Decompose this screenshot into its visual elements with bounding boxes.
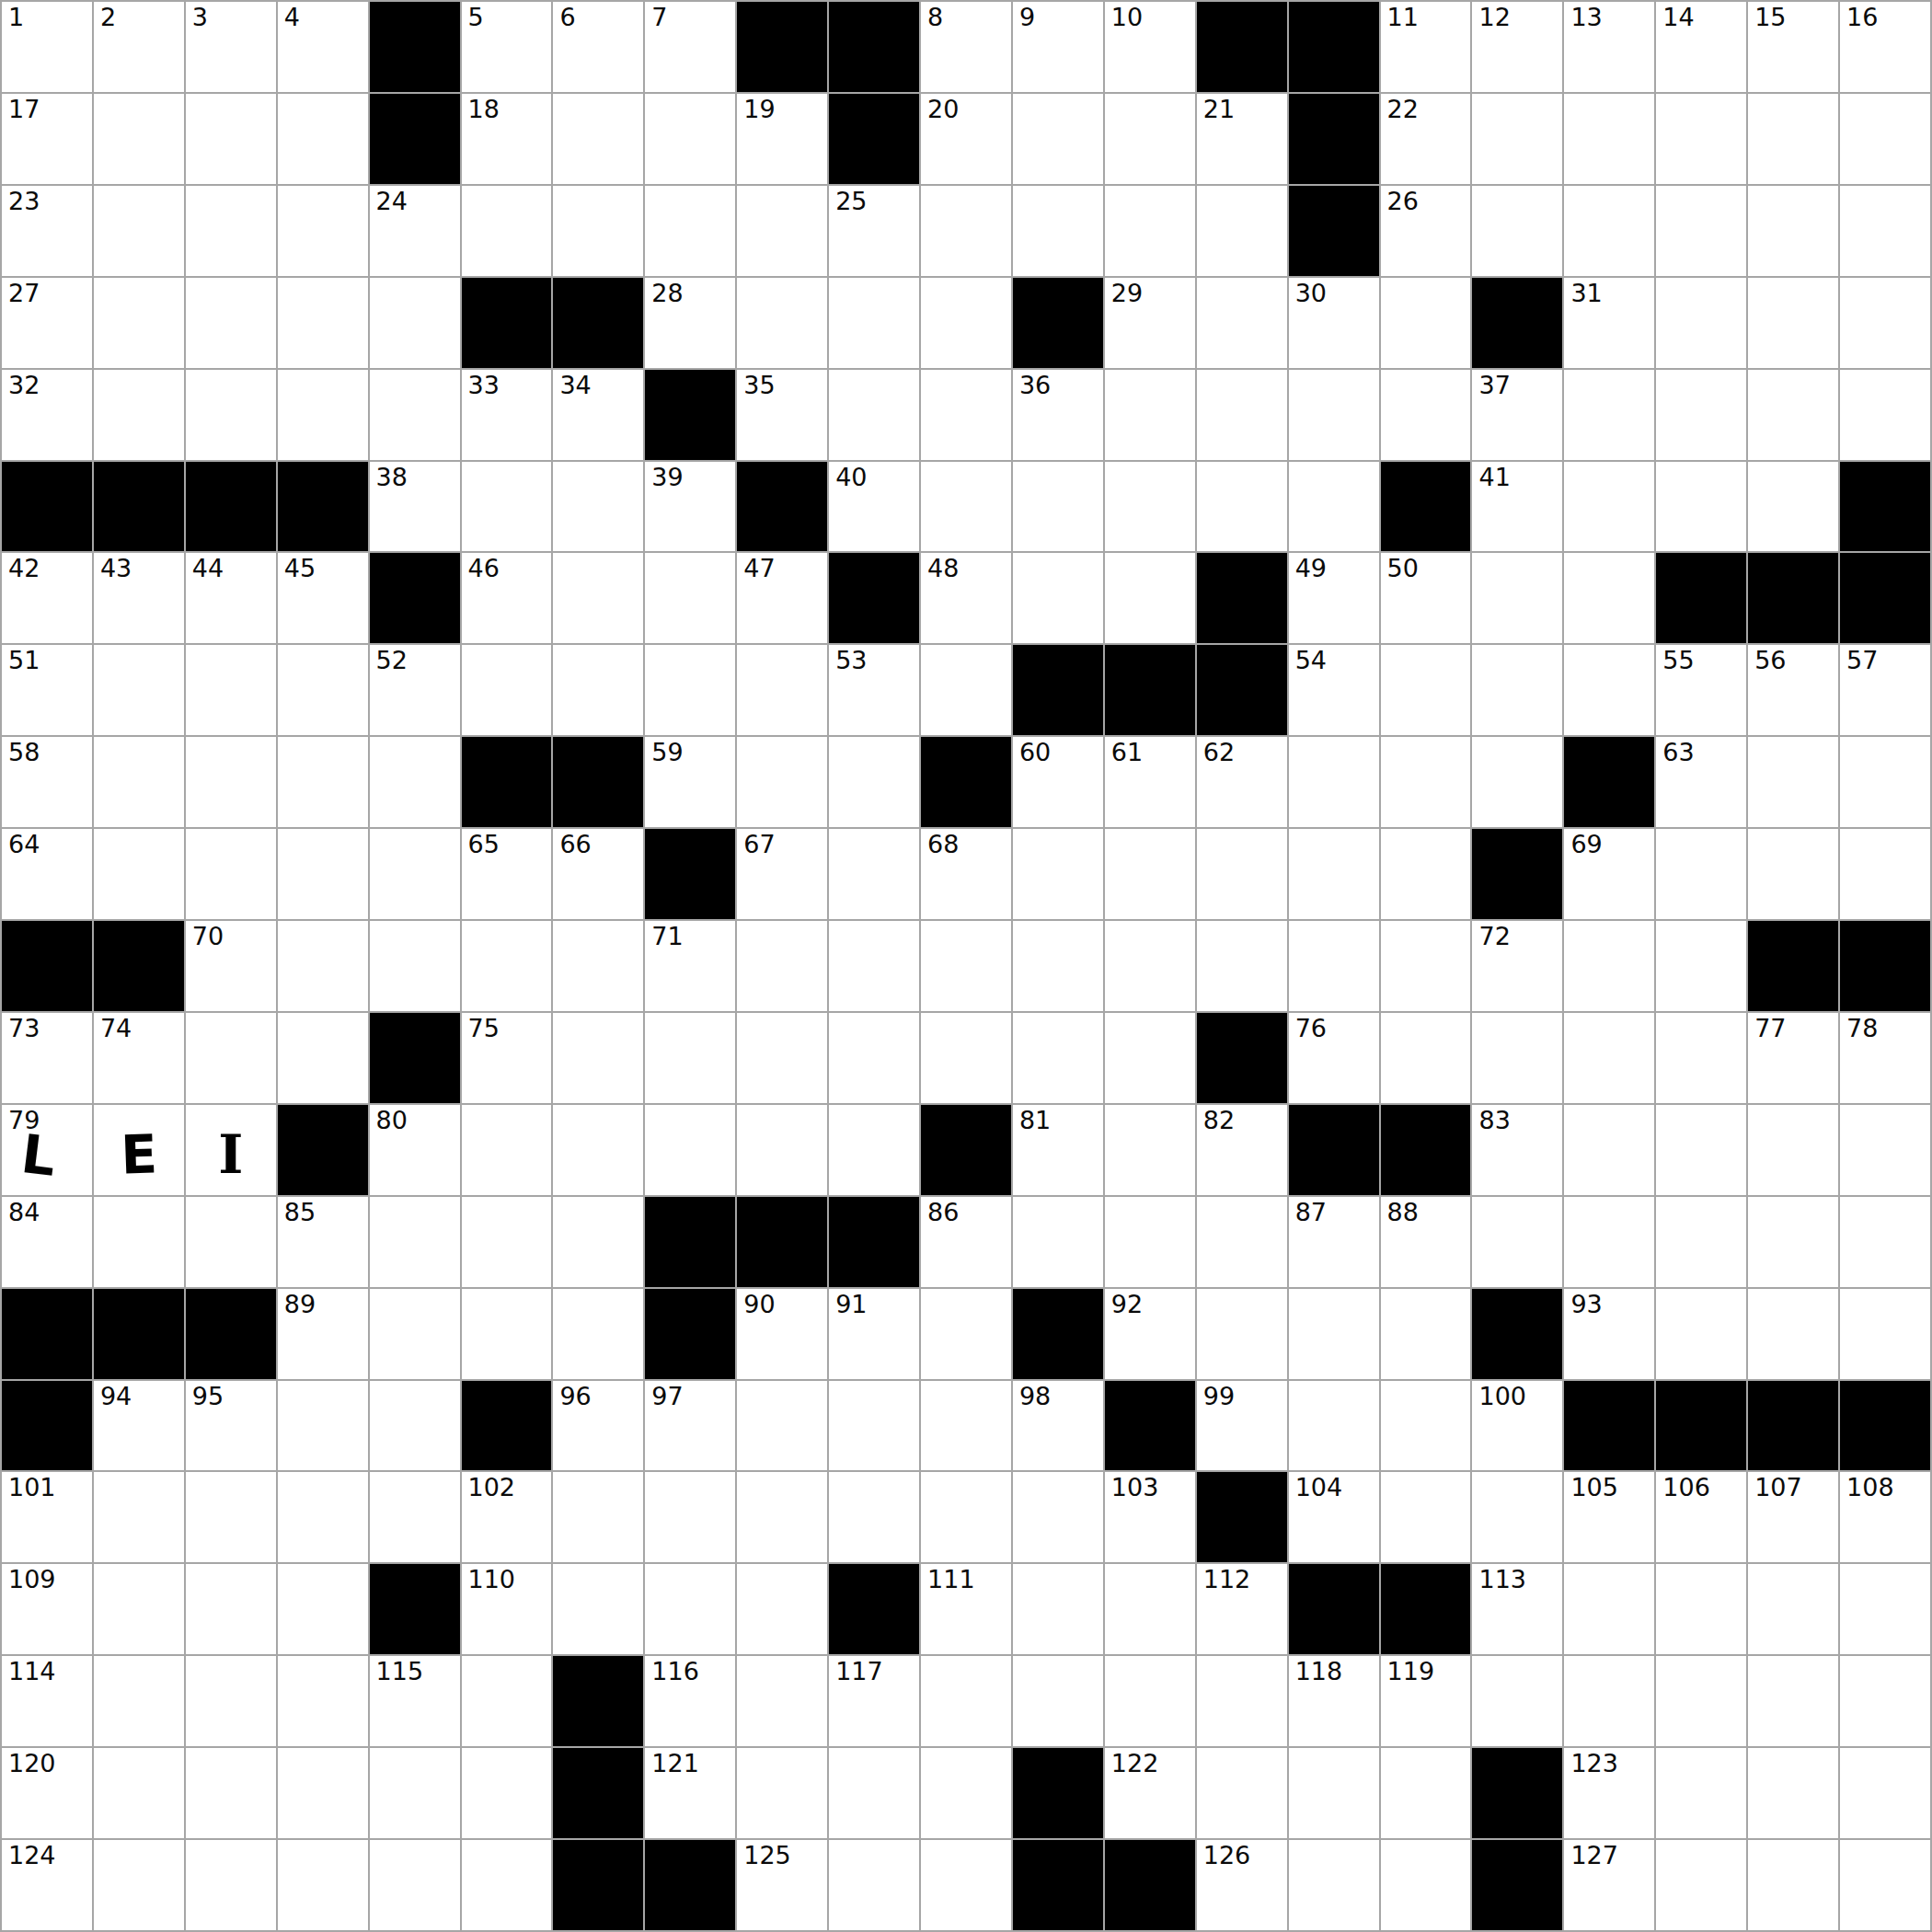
grid-cell[interactable] [94, 370, 184, 460]
grid-cell[interactable] [1105, 1105, 1195, 1195]
grid-cell[interactable]: 99 [1197, 1381, 1287, 1471]
grid-cell[interactable]: 27 [2, 278, 92, 368]
grid-cell[interactable]: 98 [1013, 1381, 1103, 1471]
grid-cell[interactable]: 12 [1472, 2, 1562, 92]
grid-cell[interactable] [278, 921, 368, 1011]
grid-cell[interactable] [1197, 1197, 1287, 1287]
grid-cell[interactable] [737, 1748, 827, 1838]
grid-cell[interactable] [1656, 1197, 1746, 1287]
grid-cell[interactable]: 40 [829, 462, 919, 552]
grid-cell[interactable]: 56 [1748, 645, 1838, 735]
grid-cell[interactable]: 114 [2, 1656, 92, 1746]
grid-cell[interactable] [1656, 1013, 1746, 1103]
grid-cell[interactable] [94, 645, 184, 735]
grid-cell[interactable] [737, 278, 827, 368]
grid-cell[interactable] [186, 1564, 276, 1654]
grid-cell[interactable] [1840, 1105, 1930, 1195]
grid-cell[interactable] [1748, 1840, 1838, 1930]
grid-cell[interactable]: 64 [2, 829, 92, 919]
grid-cell[interactable] [186, 370, 276, 460]
grid-cell[interactable] [1381, 1381, 1471, 1471]
grid-cell[interactable]: 97 [645, 1381, 735, 1471]
grid-cell[interactable]: 66 [553, 829, 643, 919]
grid-cell[interactable] [1840, 186, 1930, 276]
grid-cell[interactable] [1840, 1564, 1930, 1654]
grid-cell[interactable] [462, 462, 552, 552]
grid-cell[interactable] [94, 186, 184, 276]
grid-cell[interactable]: 41 [1472, 462, 1562, 552]
grid-cell[interactable] [278, 278, 368, 368]
grid-cell[interactable] [462, 645, 552, 735]
grid-cell[interactable]: 3 [186, 2, 276, 92]
grid-cell[interactable]: 82 [1197, 1105, 1287, 1195]
grid-cell[interactable]: 111 [921, 1564, 1011, 1654]
grid-cell[interactable]: 34 [553, 370, 643, 460]
grid-cell[interactable] [462, 921, 552, 1011]
grid-cell[interactable] [829, 829, 919, 919]
grid-cell[interactable] [1656, 1656, 1746, 1746]
grid-cell[interactable] [1197, 370, 1287, 460]
grid-cell[interactable]: 90 [737, 1289, 827, 1379]
grid-cell[interactable] [645, 645, 735, 735]
grid-cell[interactable] [737, 1472, 827, 1562]
grid-cell[interactable] [1656, 1564, 1746, 1654]
grid-cell[interactable] [1381, 829, 1471, 919]
grid-cell[interactable] [462, 1105, 552, 1195]
grid-cell[interactable]: 86 [921, 1197, 1011, 1287]
grid-cell[interactable] [1840, 1656, 1930, 1746]
grid-cell[interactable] [1289, 737, 1379, 827]
grid-cell[interactable] [278, 1564, 368, 1654]
grid-cell[interactable] [1564, 94, 1654, 184]
grid-cell[interactable] [1105, 1656, 1195, 1746]
grid-cell[interactable]: 106 [1656, 1472, 1746, 1562]
grid-cell[interactable]: 10 [1105, 2, 1195, 92]
grid-cell[interactable] [553, 94, 643, 184]
grid-cell[interactable] [1472, 94, 1562, 184]
grid-cell[interactable] [1564, 1197, 1654, 1287]
grid-cell[interactable]: 5 [462, 2, 552, 92]
grid-cell[interactable]: 81 [1013, 1105, 1103, 1195]
grid-cell[interactable] [278, 1472, 368, 1562]
grid-cell[interactable]: 17 [2, 94, 92, 184]
grid-cell[interactable] [1748, 186, 1838, 276]
grid-cell[interactable]: 115 [370, 1656, 460, 1746]
grid-cell[interactable] [186, 1656, 276, 1746]
grid-cell[interactable]: 30 [1289, 278, 1379, 368]
grid-cell[interactable] [921, 1656, 1011, 1746]
grid-cell[interactable]: 76 [1289, 1013, 1379, 1103]
grid-cell[interactable] [370, 1197, 460, 1287]
grid-cell[interactable]: 37 [1472, 370, 1562, 460]
grid-cell[interactable] [1564, 1105, 1654, 1195]
grid-cell[interactable] [737, 1105, 827, 1195]
grid-cell[interactable]: 23 [2, 186, 92, 276]
grid-cell[interactable]: 126 [1197, 1840, 1287, 1930]
grid-cell[interactable]: 118 [1289, 1656, 1379, 1746]
grid-cell[interactable] [1840, 278, 1930, 368]
grid-cell[interactable] [1381, 921, 1471, 1011]
grid-cell[interactable] [462, 1656, 552, 1746]
grid-cell[interactable] [1748, 1105, 1838, 1195]
grid-cell[interactable] [1656, 1289, 1746, 1379]
grid-cell[interactable]: 62 [1197, 737, 1287, 827]
grid-cell[interactable] [1105, 1013, 1195, 1103]
grid-cell[interactable] [1564, 186, 1654, 276]
grid-cell[interactable]: 103 [1105, 1472, 1195, 1562]
grid-cell[interactable] [186, 645, 276, 735]
grid-cell[interactable]: 113 [1472, 1564, 1562, 1654]
grid-cell[interactable] [1564, 1013, 1654, 1103]
grid-cell[interactable] [1197, 1289, 1287, 1379]
grid-cell[interactable] [1656, 1748, 1746, 1838]
grid-cell[interactable] [829, 1381, 919, 1471]
grid-cell[interactable]: 71 [645, 921, 735, 1011]
grid-cell[interactable] [645, 553, 735, 643]
grid-cell[interactable] [1013, 1472, 1103, 1562]
grid-cell[interactable]: 91 [829, 1289, 919, 1379]
grid-cell[interactable] [553, 645, 643, 735]
grid-cell[interactable] [1013, 1013, 1103, 1103]
grid-cell[interactable]: 69 [1564, 829, 1654, 919]
grid-cell[interactable] [1748, 1289, 1838, 1379]
grid-cell[interactable]: 73 [2, 1013, 92, 1103]
grid-cell[interactable] [553, 553, 643, 643]
grid-cell[interactable]: 104 [1289, 1472, 1379, 1562]
grid-cell[interactable] [186, 278, 276, 368]
grid-cell[interactable] [1381, 278, 1471, 368]
grid-cell[interactable]: 116 [645, 1656, 735, 1746]
grid-cell[interactable] [921, 1381, 1011, 1471]
grid-cell[interactable] [1472, 645, 1562, 735]
grid-cell[interactable]: 48 [921, 553, 1011, 643]
grid-cell[interactable] [1656, 278, 1746, 368]
grid-cell[interactable] [1013, 1656, 1103, 1746]
grid-cell[interactable]: 24 [370, 186, 460, 276]
grid-cell[interactable] [1105, 1564, 1195, 1654]
grid-cell[interactable] [1748, 278, 1838, 368]
grid-cell[interactable] [278, 737, 368, 827]
grid-cell[interactable] [1013, 1564, 1103, 1654]
grid-cell[interactable]: 7 [645, 2, 735, 92]
grid-cell[interactable] [1656, 829, 1746, 919]
grid-cell[interactable] [1289, 1748, 1379, 1838]
grid-cell[interactable]: 80 [370, 1105, 460, 1195]
grid-cell[interactable] [1840, 94, 1930, 184]
grid-cell[interactable] [1748, 1656, 1838, 1746]
grid-cell[interactable] [1656, 186, 1746, 276]
grid-cell[interactable] [278, 1656, 368, 1746]
grid-cell[interactable]: 14 [1656, 2, 1746, 92]
grid-cell[interactable] [1289, 829, 1379, 919]
grid-cell[interactable] [1197, 1656, 1287, 1746]
grid-cell[interactable]: 31 [1564, 278, 1654, 368]
grid-cell[interactable] [186, 829, 276, 919]
grid-cell[interactable] [737, 737, 827, 827]
grid-cell[interactable] [278, 829, 368, 919]
grid-cell[interactable]: 19 [737, 94, 827, 184]
grid-cell[interactable]: 65 [462, 829, 552, 919]
grid-cell[interactable] [186, 186, 276, 276]
grid-cell[interactable]: 13 [1564, 2, 1654, 92]
grid-cell[interactable]: 44 [186, 553, 276, 643]
grid-cell[interactable]: 1 [2, 2, 92, 92]
grid-cell[interactable]: 101 [2, 1472, 92, 1562]
grid-cell[interactable] [462, 1840, 552, 1930]
grid-cell[interactable] [370, 1840, 460, 1930]
grid-cell[interactable] [1748, 462, 1838, 552]
grid-cell[interactable] [1105, 829, 1195, 919]
grid-cell[interactable] [737, 645, 827, 735]
grid-cell[interactable]: 39 [645, 462, 735, 552]
grid-cell[interactable]: 4 [278, 2, 368, 92]
grid-cell[interactable] [1013, 921, 1103, 1011]
grid-cell[interactable] [645, 94, 735, 184]
grid-cell[interactable]: 42 [2, 553, 92, 643]
grid-cell[interactable] [1197, 1748, 1287, 1838]
grid-cell[interactable]: 47 [737, 553, 827, 643]
grid-cell[interactable] [1013, 94, 1103, 184]
grid-cell[interactable]: 68 [921, 829, 1011, 919]
grid-cell[interactable]: 94 [94, 1381, 184, 1471]
grid-cell[interactable] [553, 1105, 643, 1195]
grid-cell[interactable]: 29 [1105, 278, 1195, 368]
grid-cell[interactable]: 43 [94, 553, 184, 643]
grid-cell[interactable] [829, 1013, 919, 1103]
grid-cell[interactable] [94, 1748, 184, 1838]
grid-cell[interactable] [1656, 370, 1746, 460]
grid-cell[interactable] [94, 1197, 184, 1287]
grid-cell[interactable] [370, 370, 460, 460]
grid-cell[interactable] [829, 1105, 919, 1195]
grid-cell[interactable]: 79L [2, 1105, 92, 1195]
grid-cell[interactable]: 96 [553, 1381, 643, 1471]
grid-cell[interactable] [370, 1748, 460, 1838]
grid-cell[interactable]: 72 [1472, 921, 1562, 1011]
grid-cell[interactable] [1840, 1197, 1930, 1287]
grid-cell[interactable]: 38 [370, 462, 460, 552]
grid-cell[interactable]: 20 [921, 94, 1011, 184]
grid-cell[interactable]: 127 [1564, 1840, 1654, 1930]
grid-cell[interactable] [1564, 370, 1654, 460]
grid-cell[interactable] [462, 1748, 552, 1838]
grid-cell[interactable]: 49 [1289, 553, 1379, 643]
grid-cell[interactable] [1289, 1840, 1379, 1930]
grid-cell[interactable] [278, 1840, 368, 1930]
grid-cell[interactable] [1197, 186, 1287, 276]
grid-cell[interactable] [737, 1013, 827, 1103]
grid-cell[interactable] [1564, 1564, 1654, 1654]
grid-cell[interactable]: 77 [1748, 1013, 1838, 1103]
grid-cell[interactable] [94, 1564, 184, 1654]
grid-cell[interactable]: E [94, 1105, 184, 1195]
grid-cell[interactable] [921, 462, 1011, 552]
grid-cell[interactable]: 21 [1197, 94, 1287, 184]
grid-cell[interactable]: 108 [1840, 1472, 1930, 1562]
grid-cell[interactable] [462, 186, 552, 276]
grid-cell[interactable] [1656, 94, 1746, 184]
grid-cell[interactable] [645, 1564, 735, 1654]
grid-cell[interactable]: 89 [278, 1289, 368, 1379]
grid-cell[interactable] [278, 1013, 368, 1103]
grid-cell[interactable] [1105, 1197, 1195, 1287]
grid-cell[interactable] [1381, 645, 1471, 735]
grid-cell[interactable] [1105, 921, 1195, 1011]
grid-cell[interactable]: 123 [1564, 1748, 1654, 1838]
grid-cell[interactable]: 9 [1013, 2, 1103, 92]
grid-cell[interactable] [370, 737, 460, 827]
grid-cell[interactable] [553, 921, 643, 1011]
grid-cell[interactable]: 16 [1840, 2, 1930, 92]
grid-cell[interactable] [1472, 1472, 1562, 1562]
grid-cell[interactable]: 35 [737, 370, 827, 460]
grid-cell[interactable] [1381, 1840, 1471, 1930]
grid-cell[interactable] [1748, 94, 1838, 184]
grid-cell[interactable] [1564, 645, 1654, 735]
grid-cell[interactable] [1105, 370, 1195, 460]
grid-cell[interactable]: 87 [1289, 1197, 1379, 1287]
grid-cell[interactable] [186, 1472, 276, 1562]
grid-cell[interactable] [1472, 737, 1562, 827]
grid-cell[interactable] [278, 1748, 368, 1838]
grid-cell[interactable] [645, 186, 735, 276]
grid-cell[interactable] [1472, 1013, 1562, 1103]
grid-cell[interactable]: 119 [1381, 1656, 1471, 1746]
grid-cell[interactable] [186, 1840, 276, 1930]
grid-cell[interactable]: 36 [1013, 370, 1103, 460]
grid-cell[interactable] [829, 921, 919, 1011]
grid-cell[interactable] [1472, 186, 1562, 276]
grid-cell[interactable] [1840, 370, 1930, 460]
grid-cell[interactable]: 95 [186, 1381, 276, 1471]
grid-cell[interactable] [278, 1381, 368, 1471]
grid-cell[interactable] [921, 1289, 1011, 1379]
grid-cell[interactable] [186, 737, 276, 827]
grid-cell[interactable] [370, 278, 460, 368]
grid-cell[interactable]: 100 [1472, 1381, 1562, 1471]
grid-cell[interactable]: 93 [1564, 1289, 1654, 1379]
grid-cell[interactable] [278, 370, 368, 460]
grid-cell[interactable]: 105 [1564, 1472, 1654, 1562]
grid-cell[interactable] [370, 921, 460, 1011]
grid-cell[interactable] [1748, 737, 1838, 827]
grid-cell[interactable] [1381, 370, 1471, 460]
grid-cell[interactable] [1197, 921, 1287, 1011]
grid-cell[interactable] [370, 829, 460, 919]
grid-cell[interactable] [462, 1197, 552, 1287]
grid-cell[interactable] [1381, 1289, 1471, 1379]
grid-cell[interactable] [94, 1840, 184, 1930]
grid-cell[interactable]: 124 [2, 1840, 92, 1930]
grid-cell[interactable] [1381, 1748, 1471, 1838]
grid-cell[interactable] [553, 1197, 643, 1287]
grid-cell[interactable]: 54 [1289, 645, 1379, 735]
grid-cell[interactable] [94, 1472, 184, 1562]
grid-cell[interactable] [737, 1564, 827, 1654]
grid-cell[interactable]: 51 [2, 645, 92, 735]
grid-cell[interactable] [1289, 370, 1379, 460]
grid-cell[interactable] [186, 1013, 276, 1103]
grid-cell[interactable] [829, 1748, 919, 1838]
grid-cell[interactable] [1105, 462, 1195, 552]
grid-cell[interactable] [1105, 553, 1195, 643]
grid-cell[interactable] [186, 1197, 276, 1287]
grid-cell[interactable]: 25 [829, 186, 919, 276]
grid-cell[interactable]: I [186, 1105, 276, 1195]
grid-cell[interactable] [645, 1105, 735, 1195]
grid-cell[interactable]: 60 [1013, 737, 1103, 827]
grid-cell[interactable]: 78 [1840, 1013, 1930, 1103]
grid-cell[interactable]: 107 [1748, 1472, 1838, 1562]
grid-cell[interactable] [737, 1381, 827, 1471]
grid-cell[interactable] [829, 278, 919, 368]
grid-cell[interactable] [921, 278, 1011, 368]
grid-cell[interactable] [1289, 921, 1379, 1011]
grid-cell[interactable] [645, 1013, 735, 1103]
grid-cell[interactable] [1013, 1197, 1103, 1287]
grid-cell[interactable] [1564, 921, 1654, 1011]
grid-cell[interactable] [921, 645, 1011, 735]
grid-cell[interactable] [553, 1013, 643, 1103]
grid-cell[interactable] [1105, 186, 1195, 276]
grid-cell[interactable] [1564, 553, 1654, 643]
grid-cell[interactable]: 83 [1472, 1105, 1562, 1195]
grid-cell[interactable] [1748, 370, 1838, 460]
grid-cell[interactable]: 85 [278, 1197, 368, 1287]
grid-cell[interactable] [921, 1013, 1011, 1103]
grid-cell[interactable] [1564, 462, 1654, 552]
grid-cell[interactable] [553, 462, 643, 552]
grid-cell[interactable]: 84 [2, 1197, 92, 1287]
grid-cell[interactable] [553, 186, 643, 276]
grid-cell[interactable]: 88 [1381, 1197, 1471, 1287]
grid-cell[interactable]: 63 [1656, 737, 1746, 827]
grid-cell[interactable]: 55 [1656, 645, 1746, 735]
grid-cell[interactable] [1748, 1748, 1838, 1838]
grid-cell[interactable]: 53 [829, 645, 919, 735]
grid-cell[interactable] [370, 1381, 460, 1471]
grid-cell[interactable] [1013, 829, 1103, 919]
grid-cell[interactable]: 110 [462, 1564, 552, 1654]
grid-cell[interactable] [921, 921, 1011, 1011]
grid-cell[interactable]: 122 [1105, 1748, 1195, 1838]
grid-cell[interactable]: 120 [2, 1748, 92, 1838]
grid-cell[interactable] [829, 1840, 919, 1930]
grid-cell[interactable] [278, 645, 368, 735]
grid-cell[interactable] [1840, 829, 1930, 919]
grid-cell[interactable]: 58 [2, 737, 92, 827]
grid-cell[interactable] [921, 1472, 1011, 1562]
grid-cell[interactable]: 6 [553, 2, 643, 92]
grid-cell[interactable] [370, 1472, 460, 1562]
grid-cell[interactable] [737, 1656, 827, 1746]
grid-cell[interactable] [921, 186, 1011, 276]
grid-cell[interactable] [1013, 553, 1103, 643]
grid-cell[interactable]: 102 [462, 1472, 552, 1562]
grid-cell[interactable] [1748, 1564, 1838, 1654]
grid-cell[interactable] [921, 1840, 1011, 1930]
grid-cell[interactable] [94, 829, 184, 919]
grid-cell[interactable]: 50 [1381, 553, 1471, 643]
grid-cell[interactable]: 15 [1748, 2, 1838, 92]
grid-cell[interactable] [1564, 1656, 1654, 1746]
grid-cell[interactable] [1013, 462, 1103, 552]
grid-cell[interactable]: 74 [94, 1013, 184, 1103]
grid-cell[interactable] [1105, 94, 1195, 184]
grid-cell[interactable] [94, 1656, 184, 1746]
grid-cell[interactable] [1197, 462, 1287, 552]
grid-cell[interactable] [1840, 737, 1930, 827]
